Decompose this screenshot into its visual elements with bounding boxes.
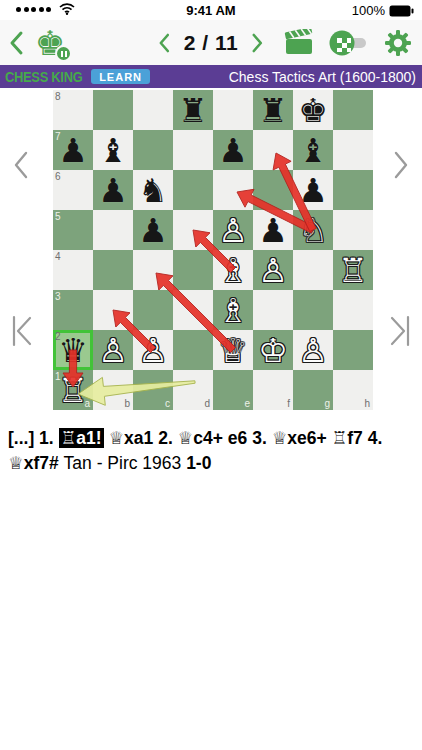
file-label-d: d — [204, 398, 210, 409]
last-move-icon[interactable] — [387, 314, 413, 348]
square-b6[interactable]: ♟ — [93, 170, 133, 210]
learn-badge: LEARN — [91, 69, 150, 84]
black-king-g8[interactable]: ♚ — [293, 90, 333, 130]
black-bishop-b7[interactable]: ♝ — [93, 130, 133, 170]
square-f7[interactable] — [253, 130, 293, 170]
back-icon[interactable] — [8, 30, 24, 56]
first-move-icon[interactable] — [9, 314, 35, 348]
notation-segment-4[interactable]: 1-0 — [186, 453, 211, 473]
square-d3[interactable] — [173, 290, 213, 330]
square-e3[interactable]: ♗ — [213, 290, 253, 330]
movie-clapper-icon[interactable] — [284, 29, 314, 56]
move-notation[interactable]: [...] 1. ♖a1! ♕xa1 2. ♕c4+ e6 3. ♕xe6+ ♖… — [8, 426, 414, 476]
black-rook-d8[interactable]: ♜ — [173, 90, 213, 130]
file-label-e: e — [244, 398, 250, 409]
square-d5[interactable] — [173, 210, 213, 250]
square-g1[interactable]: g — [293, 370, 333, 410]
next-puzzle-icon[interactable] — [251, 33, 264, 53]
square-a6[interactable]: 6 — [53, 170, 93, 210]
puzzle-counter: 2 / 11 — [184, 31, 238, 55]
square-e4[interactable]: ♗ — [213, 250, 253, 290]
white-pawn-e5[interactable]: ♙ — [213, 210, 253, 250]
file-label-a: a — [84, 398, 90, 409]
white-pawn-b2[interactable]: ♙ — [93, 330, 133, 370]
black-pawn-c5[interactable]: ♟ — [133, 210, 173, 250]
black-knight-c6[interactable]: ♞ — [133, 170, 173, 210]
white-bishop-e3[interactable]: ♗ — [213, 290, 253, 330]
rank-label-7: 7 — [55, 131, 61, 142]
square-f6[interactable] — [253, 170, 293, 210]
nav-bar: ♚ 2 / 11 — [0, 20, 422, 65]
rank-label-8: 8 — [55, 91, 61, 102]
square-b4[interactable] — [93, 250, 133, 290]
square-c3[interactable] — [133, 290, 173, 330]
square-f4[interactable]: ♙ — [253, 250, 293, 290]
square-c7[interactable] — [133, 130, 173, 170]
brand-logo-text: CHESS KING — [5, 69, 82, 85]
prev-move-icon[interactable] — [10, 150, 32, 180]
square-f1[interactable]: f — [253, 370, 293, 410]
square-e8[interactable] — [213, 90, 253, 130]
square-h4[interactable]: ♖ — [333, 250, 373, 290]
square-g5[interactable]: ♘ — [293, 210, 333, 250]
course-title: Chess Tactics Art (1600-1800) — [229, 69, 416, 85]
square-b5[interactable] — [93, 210, 133, 250]
rank-label-1: 1 — [55, 371, 61, 382]
rank-label-6: 6 — [55, 171, 61, 182]
notation-segment-0[interactable]: [...] 1. — [8, 428, 59, 448]
chess-board[interactable]: 8♜♜♚7♟♝♟♝6♟♞♟5♟♙♟♘4♗♙♖3♗2♛♙♙♕♔♙1a♖bcdefg… — [53, 90, 373, 410]
square-b3[interactable] — [93, 290, 133, 330]
black-pawn-b6[interactable]: ♟ — [93, 170, 133, 210]
rank-label-2: 2 — [55, 331, 61, 342]
square-d8[interactable]: ♜ — [173, 90, 213, 130]
black-rook-f8[interactable]: ♜ — [253, 90, 293, 130]
square-a4[interactable]: 4 — [53, 250, 93, 290]
chess-king-logo[interactable]: ♚ — [30, 23, 70, 63]
square-a7[interactable]: 7♟ — [53, 130, 93, 170]
square-h1[interactable]: h — [333, 370, 373, 410]
black-bishop-g7[interactable]: ♝ — [293, 130, 333, 170]
square-f2[interactable]: ♔ — [253, 330, 293, 370]
square-d6[interactable] — [173, 170, 213, 210]
pause-badge-icon — [55, 45, 72, 62]
square-b1[interactable]: b — [93, 370, 133, 410]
prev-puzzle-icon[interactable] — [158, 33, 171, 53]
square-c5[interactable]: ♟ — [133, 210, 173, 250]
file-label-g: g — [324, 398, 330, 409]
white-pawn-f4[interactable]: ♙ — [253, 250, 293, 290]
square-f5[interactable]: ♟ — [253, 210, 293, 250]
square-h7[interactable] — [333, 130, 373, 170]
square-c4[interactable] — [133, 250, 173, 290]
square-b2[interactable]: ♙ — [93, 330, 133, 370]
square-f3[interactable] — [253, 290, 293, 330]
white-pawn-c2[interactable]: ♙ — [133, 330, 173, 370]
next-move-icon[interactable] — [390, 150, 412, 180]
square-e6[interactable] — [213, 170, 253, 210]
file-label-c: c — [165, 398, 170, 409]
square-h2[interactable] — [333, 330, 373, 370]
square-g4[interactable] — [293, 250, 333, 290]
square-g7[interactable]: ♝ — [293, 130, 333, 170]
white-king-f2[interactable]: ♔ — [253, 330, 293, 370]
file-label-h: h — [364, 398, 370, 409]
square-f8[interactable]: ♜ — [253, 90, 293, 130]
square-g3[interactable] — [293, 290, 333, 330]
square-g8[interactable]: ♚ — [293, 90, 333, 130]
square-d7[interactable] — [173, 130, 213, 170]
battery-icon — [389, 5, 414, 17]
black-pawn-g6[interactable]: ♟ — [293, 170, 333, 210]
square-c8[interactable] — [133, 90, 173, 130]
rank-label-3: 3 — [55, 291, 61, 302]
rank-label-4: 4 — [55, 251, 61, 262]
square-a8[interactable]: 8 — [53, 90, 93, 130]
square-a3[interactable]: 3 — [53, 290, 93, 330]
board-area: 8♜♜♚7♟♝♟♝6♟♞♟5♟♙♟♘4♗♙♖3♗2♛♙♙♕♔♙1a♖bcdefg… — [53, 90, 373, 410]
white-queen-e2[interactable]: ♕ — [213, 330, 253, 370]
app-banner: CHESS KING LEARN Chess Tactics Art (1600… — [0, 65, 422, 88]
white-pawn-g2[interactable]: ♙ — [293, 330, 333, 370]
square-a2[interactable]: 2♛ — [53, 330, 93, 370]
black-pawn-e7[interactable]: ♟ — [213, 130, 253, 170]
square-g2[interactable]: ♙ — [293, 330, 333, 370]
white-rook-h4[interactable]: ♖ — [333, 250, 373, 290]
square-d1[interactable]: d — [173, 370, 213, 410]
square-c1[interactable]: c — [133, 370, 173, 410]
battery-percent: 100% — [352, 3, 385, 18]
square-e2[interactable]: ♕ — [213, 330, 253, 370]
square-d2[interactable] — [173, 330, 213, 370]
square-a5[interactable]: 5 — [53, 210, 93, 250]
square-c6[interactable]: ♞ — [133, 170, 173, 210]
white-knight-g5[interactable]: ♘ — [293, 210, 333, 250]
square-h8[interactable] — [333, 90, 373, 130]
file-label-f: f — [287, 398, 290, 409]
square-h5[interactable] — [333, 210, 373, 250]
current-move[interactable]: ♖a1! — [59, 428, 104, 448]
rank-label-5: 5 — [55, 211, 61, 222]
square-d4[interactable] — [173, 250, 213, 290]
square-g6[interactable]: ♟ — [293, 170, 333, 210]
square-c2[interactable]: ♙ — [133, 330, 173, 370]
black-pawn-f5[interactable]: ♟ — [253, 210, 293, 250]
square-e5[interactable]: ♙ — [213, 210, 253, 250]
notation-segment-3: Tan - Pirc 1963 — [64, 453, 187, 473]
square-h3[interactable] — [333, 290, 373, 330]
square-a1[interactable]: 1a♖ — [53, 370, 93, 410]
settings-gear-icon[interactable] — [384, 29, 412, 57]
square-e7[interactable]: ♟ — [213, 130, 253, 170]
board-autoplay-toggle-icon[interactable] — [329, 29, 369, 57]
square-e1[interactable]: e — [213, 370, 253, 410]
square-b7[interactable]: ♝ — [93, 130, 133, 170]
white-bishop-e4[interactable]: ♗ — [213, 250, 253, 290]
square-h6[interactable] — [333, 170, 373, 210]
file-label-b: b — [124, 398, 130, 409]
status-bar: 9:41 AM 100% — [0, 0, 422, 20]
square-b8[interactable] — [93, 90, 133, 130]
